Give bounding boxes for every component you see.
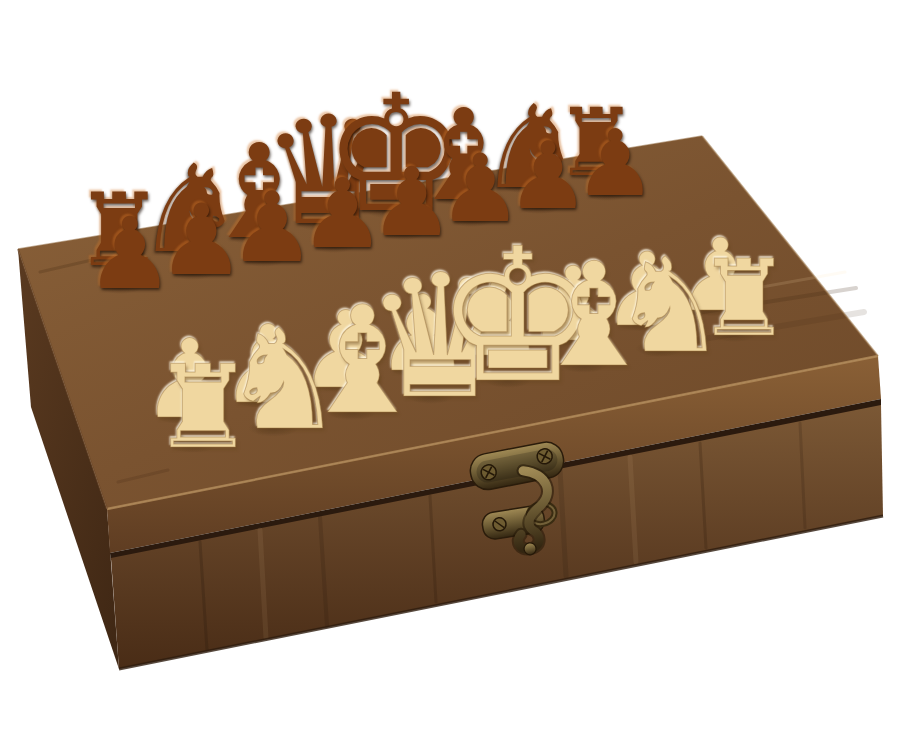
- wooden-box: [0, 0, 900, 729]
- chess-box-photo: ♜♞♝♛♚♝♞♜♟♟♟♟♟♟♟♟♟♟♟♟♟♟♟♟♜♞♝♛♚♝♞♜: [0, 0, 900, 729]
